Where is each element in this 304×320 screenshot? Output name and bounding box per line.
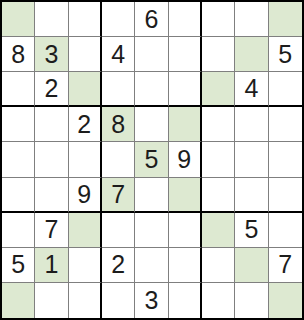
cell-r1c3[interactable] [69,2,102,37]
cell-r6c7[interactable] [202,178,235,213]
cell-r2c8[interactable] [235,37,268,72]
cell-r7c4[interactable] [102,213,135,248]
cell-r3c2[interactable]: 2 [35,72,68,107]
cell-r5c5[interactable]: 5 [135,142,168,177]
cell-r5c8[interactable] [235,142,268,177]
cell-r8c1[interactable]: 5 [2,248,35,283]
cell-r6c9[interactable] [269,178,302,213]
cell-r4c4[interactable]: 8 [102,107,135,142]
cell-r1c2[interactable] [35,2,68,37]
cell-r5c2[interactable] [35,142,68,177]
cell-r7c2[interactable]: 7 [35,213,68,248]
cell-r8c4[interactable]: 2 [102,248,135,283]
cell-r4c7[interactable] [202,107,235,142]
cell-r8c9[interactable]: 7 [269,248,302,283]
cell-r8c7[interactable] [202,248,235,283]
cell-r4c2[interactable] [35,107,68,142]
cell-r7c7[interactable] [202,213,235,248]
cell-r3c5[interactable] [135,72,168,107]
cell-r9c1[interactable] [2,283,35,318]
cell-r3c3[interactable] [69,72,102,107]
cell-r7c6[interactable] [169,213,202,248]
cell-r2c3[interactable] [69,37,102,72]
cell-r7c5[interactable] [135,213,168,248]
cell-r2c5[interactable] [135,37,168,72]
cell-r5c4[interactable] [102,142,135,177]
cell-r9c5[interactable]: 3 [135,283,168,318]
cell-r4c6[interactable] [169,107,202,142]
cell-r9c6[interactable] [169,283,202,318]
cell-r7c1[interactable] [2,213,35,248]
cell-r4c3[interactable]: 2 [69,107,102,142]
cell-r1c5[interactable]: 6 [135,2,168,37]
cell-r4c9[interactable] [269,107,302,142]
cell-r8c2[interactable]: 1 [35,248,68,283]
cell-r1c9[interactable] [269,2,302,37]
cell-r2c2[interactable]: 3 [35,37,68,72]
cell-r9c8[interactable] [235,283,268,318]
sudoku-board: 68345242859977551273 [0,0,304,320]
cell-r1c8[interactable] [235,2,268,37]
cell-r6c4[interactable]: 7 [102,178,135,213]
cell-r3c8[interactable]: 4 [235,72,268,107]
cell-r9c3[interactable] [69,283,102,318]
cell-r1c7[interactable] [202,2,235,37]
cell-r6c5[interactable] [135,178,168,213]
cell-r1c4[interactable] [102,2,135,37]
cell-r5c6[interactable]: 9 [169,142,202,177]
cell-r7c8[interactable]: 5 [235,213,268,248]
cell-r6c1[interactable] [2,178,35,213]
cell-r6c6[interactable] [169,178,202,213]
cell-r6c2[interactable] [35,178,68,213]
cell-r8c5[interactable] [135,248,168,283]
cell-r8c3[interactable] [69,248,102,283]
cell-r8c8[interactable] [235,248,268,283]
cell-r5c7[interactable] [202,142,235,177]
cell-r6c8[interactable] [235,178,268,213]
cell-r9c2[interactable] [35,283,68,318]
cell-r1c1[interactable] [2,2,35,37]
cell-r2c4[interactable]: 4 [102,37,135,72]
cell-r9c9[interactable] [269,283,302,318]
cell-r7c9[interactable] [269,213,302,248]
cell-r3c7[interactable] [202,72,235,107]
cell-r2c6[interactable] [169,37,202,72]
cell-r4c5[interactable] [135,107,168,142]
cell-r8c6[interactable] [169,248,202,283]
cell-r9c7[interactable] [202,283,235,318]
cell-r3c1[interactable] [2,72,35,107]
cell-r2c7[interactable] [202,37,235,72]
cell-r3c4[interactable] [102,72,135,107]
cell-r4c8[interactable] [235,107,268,142]
cell-r4c1[interactable] [2,107,35,142]
cell-r6c3[interactable]: 9 [69,178,102,213]
cell-r2c1[interactable]: 8 [2,37,35,72]
cell-r9c4[interactable] [102,283,135,318]
cell-r3c6[interactable] [169,72,202,107]
cell-r5c1[interactable] [2,142,35,177]
cell-r5c9[interactable] [269,142,302,177]
cell-r3c9[interactable] [269,72,302,107]
cell-r1c6[interactable] [169,2,202,37]
cell-r7c3[interactable] [69,213,102,248]
cell-r5c3[interactable] [69,142,102,177]
cell-r2c9[interactable]: 5 [269,37,302,72]
